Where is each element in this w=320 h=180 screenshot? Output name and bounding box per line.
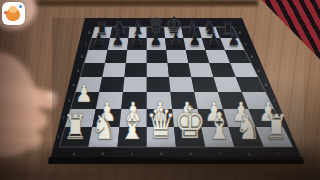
logo-dot-blue	[19, 5, 22, 8]
piece-white-king-e1[interactable]: ♚	[174, 102, 206, 144]
piece-black-pawn-e7[interactable]: ♟	[170, 33, 182, 49]
piece-black-pawn-d7[interactable]: ♟	[150, 33, 162, 49]
piece-white-rook-h1[interactable]: ♜	[264, 111, 289, 144]
piece-black-pawn-c7[interactable]: ♟	[131, 33, 143, 49]
piece-black-pawn-b7[interactable]: ♟	[112, 33, 124, 49]
piece-white-queen-d1[interactable]: ♛	[146, 104, 176, 144]
piece-black-pawn-h7[interactable]: ♟	[228, 33, 240, 49]
video-frame: abcdefgh8877665544332211 ♜♞♝♛♚♝♞♜♟♟♟♟♟♟♟…	[0, 0, 320, 180]
piece-white-rook-a1[interactable]: ♜	[62, 111, 87, 144]
mascot-icon-head	[9, 6, 17, 13]
piece-black-pawn-g7[interactable]: ♟	[208, 33, 220, 49]
logo-dot-red	[4, 11, 7, 14]
pieces-layer: ♜♞♝♛♚♝♞♜♟♟♟♟♟♟♟♟♟♟♟♟♟♟♟♟♜♞♝♛♚♝♞♜	[0, 0, 320, 180]
piece-white-knight-g1[interactable]: ♞	[235, 110, 260, 144]
piece-black-pawn-f7[interactable]: ♟	[189, 33, 201, 49]
piece-white-bishop-c1[interactable]: ♝	[119, 108, 146, 143]
piece-white-bishop-f1[interactable]: ♝	[205, 108, 232, 143]
channel-logo-watermark	[2, 2, 25, 25]
piece-black-pawn-a7[interactable]: ♟	[93, 33, 105, 49]
piece-white-knight-b1[interactable]: ♞	[91, 110, 116, 144]
piece-white-pawn-a3[interactable]: ♟	[75, 83, 92, 106]
